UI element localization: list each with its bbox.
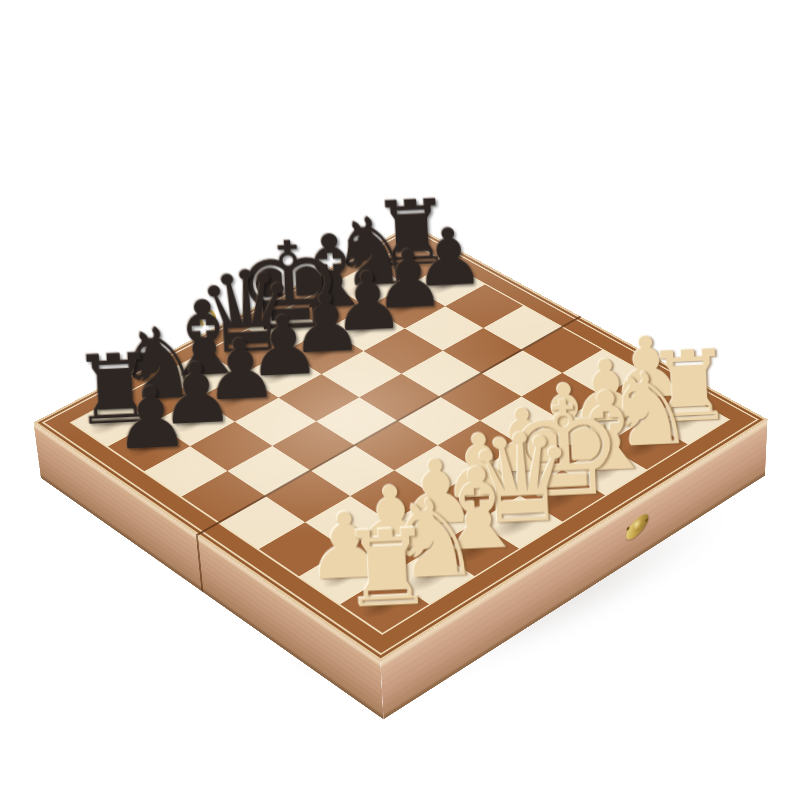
case-seam-left (196, 534, 203, 592)
pieces-layer: ♜♞♝♛♚♝♞♜♟♟♟♟♟♟♟♟♟♟♟♟♟♟♟♟♜♞♝♛♚♝♞♜ (33, 224, 767, 661)
board-top-face: ♜♞♝♛♚♝♞♜♟♟♟♟♟♟♟♟♟♟♟♟♟♟♟♟♜♞♝♛♚♝♞♜ (33, 224, 767, 661)
camera-tilt-wrapper: ♜♞♝♛♚♝♞♜♟♟♟♟♟♟♟♟♟♟♟♟♟♟♟♟♜♞♝♛♚♝♞♜ (0, 0, 800, 800)
brass-latch (624, 506, 650, 550)
product-photo-stage: ♜♞♝♛♚♝♞♜♟♟♟♟♟♟♟♟♟♟♟♟♟♟♟♟♜♞♝♛♚♝♞♜ (0, 0, 800, 800)
